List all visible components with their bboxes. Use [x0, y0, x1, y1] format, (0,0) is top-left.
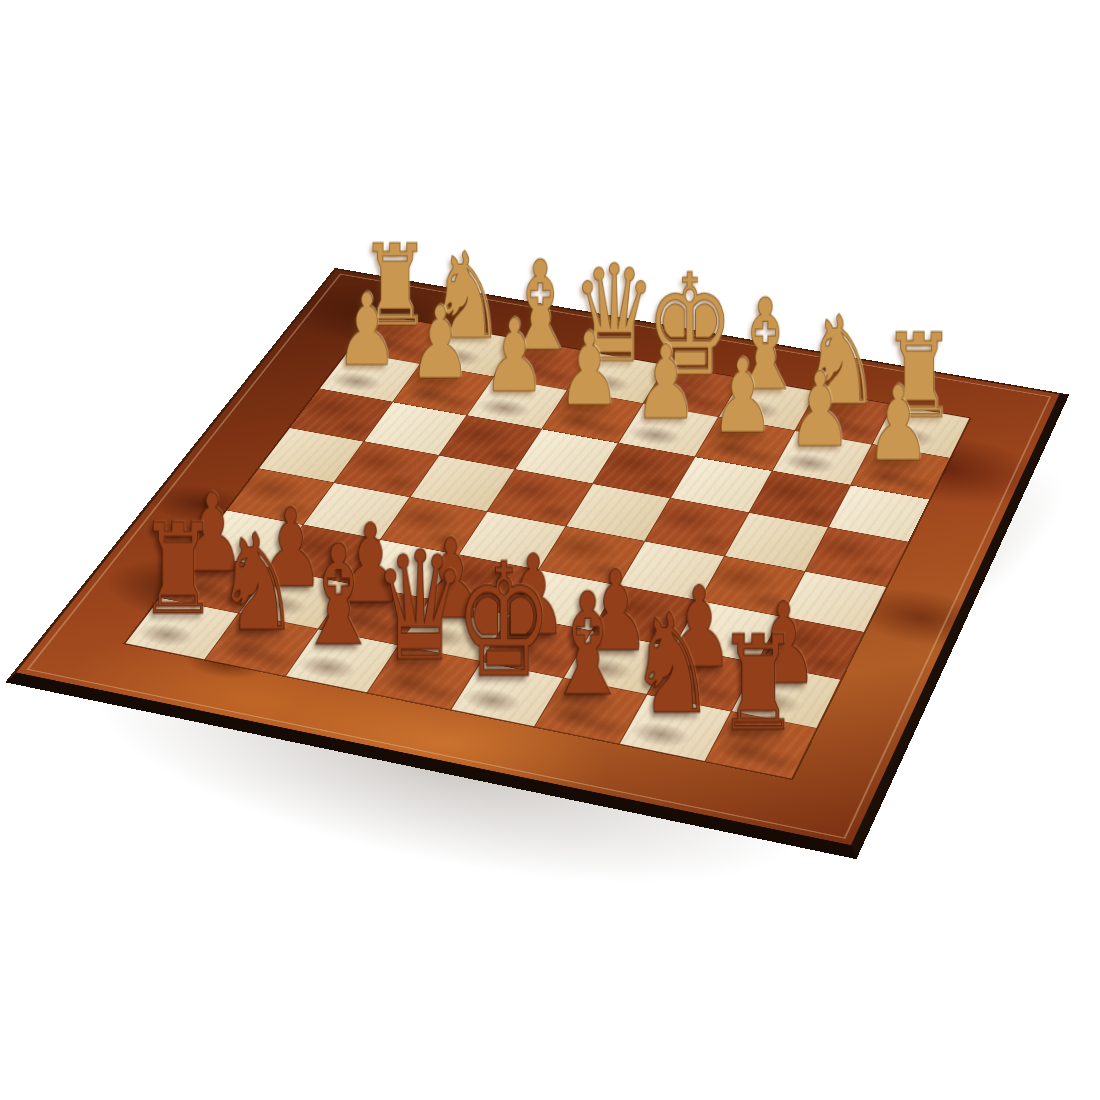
- piece-white-pawn[interactable]: ♟: [826, 373, 970, 476]
- square-r8c8[interactable]: ♜: [706, 712, 817, 779]
- chess-board: ♜♞♝♛♚♝♞♜♟♟♟♟♟♟♟♟♟♟♟♟♟♟♟♟♜♞♝♛♚♝♞♜: [5, 268, 1069, 859]
- piece-black-rook[interactable]: ♜: [678, 619, 838, 751]
- board-grid: ♜♞♝♛♚♝♞♜♟♟♟♟♟♟♟♟♟♟♟♟♟♟♟♟♜♞♝♛♚♝♞♜: [126, 314, 970, 778]
- scene: ♜♞♝♛♚♝♞♜♟♟♟♟♟♟♟♟♟♟♟♟♟♟♟♟♜♞♝♛♚♝♞♜: [0, 0, 1100, 1100]
